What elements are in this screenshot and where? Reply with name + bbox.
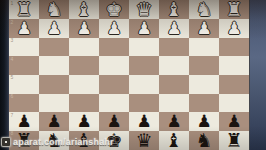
square-f3[interactable] bbox=[69, 38, 99, 57]
square-a2[interactable]: ♟ bbox=[219, 19, 249, 38]
square-d3[interactable] bbox=[129, 38, 159, 57]
piece-white-pawn[interactable]: ♟ bbox=[226, 19, 241, 36]
screen-bezel-right bbox=[250, 0, 266, 150]
square-g3[interactable] bbox=[39, 38, 69, 57]
piece-black-knight[interactable]: ♞ bbox=[195, 130, 212, 149]
square-e6[interactable] bbox=[99, 94, 129, 113]
rank-label-6: 6 bbox=[11, 94, 14, 99]
square-e5[interactable] bbox=[99, 75, 129, 94]
piece-black-pawn[interactable]: ♟ bbox=[136, 113, 151, 130]
piece-white-pawn[interactable]: ♟ bbox=[136, 19, 151, 36]
piece-black-king[interactable]: ♚ bbox=[105, 130, 122, 149]
square-b2[interactable]: ♟ bbox=[189, 19, 219, 38]
square-h8[interactable]: 8♜ bbox=[9, 131, 39, 150]
piece-white-knight[interactable]: ♞ bbox=[45, 0, 62, 19]
square-g5[interactable] bbox=[39, 75, 69, 94]
square-c5[interactable] bbox=[159, 75, 189, 94]
rank-label-3: 3 bbox=[11, 38, 14, 43]
rank-label-7: 7 bbox=[11, 113, 14, 118]
square-d5[interactable] bbox=[129, 75, 159, 94]
square-h2[interactable]: 2♟ bbox=[9, 19, 39, 38]
piece-white-rook[interactable]: ♜ bbox=[225, 0, 242, 19]
square-b4[interactable] bbox=[189, 56, 219, 75]
square-h3[interactable]: 3 bbox=[9, 38, 39, 57]
square-a6[interactable] bbox=[219, 94, 249, 113]
piece-black-pawn[interactable]: ♟ bbox=[76, 113, 91, 130]
piece-black-pawn[interactable]: ♟ bbox=[16, 113, 31, 130]
piece-white-bishop[interactable]: ♝ bbox=[165, 0, 182, 19]
square-d2[interactable]: ♟ bbox=[129, 19, 159, 38]
square-g6[interactable] bbox=[39, 94, 69, 113]
screen-bezel-left bbox=[0, 0, 9, 150]
square-b3[interactable] bbox=[189, 38, 219, 57]
square-d6[interactable] bbox=[129, 94, 159, 113]
square-d4[interactable] bbox=[129, 56, 159, 75]
piece-black-pawn[interactable]: ♟ bbox=[196, 113, 211, 130]
square-f2[interactable]: ♟ bbox=[69, 19, 99, 38]
square-d8[interactable]: ♛ bbox=[129, 131, 159, 150]
square-c6[interactable] bbox=[159, 94, 189, 113]
square-f6[interactable] bbox=[69, 94, 99, 113]
piece-white-pawn[interactable]: ♟ bbox=[106, 19, 121, 36]
piece-white-pawn[interactable]: ♟ bbox=[166, 19, 181, 36]
rank-label-4: 4 bbox=[11, 57, 14, 62]
rank-label-1: 1 bbox=[11, 1, 14, 6]
square-c1[interactable]: ♝ bbox=[159, 0, 189, 19]
piece-black-queen[interactable]: ♛ bbox=[135, 130, 152, 149]
square-f5[interactable] bbox=[69, 75, 99, 94]
square-b6[interactable] bbox=[189, 94, 219, 113]
square-e2[interactable]: ♟ bbox=[99, 19, 129, 38]
square-g1[interactable]: ♞ bbox=[39, 0, 69, 19]
square-a3[interactable] bbox=[219, 38, 249, 57]
piece-white-pawn[interactable]: ♟ bbox=[196, 19, 211, 36]
square-d1[interactable]: ♛ bbox=[129, 0, 159, 19]
square-g4[interactable] bbox=[39, 56, 69, 75]
square-h1[interactable]: 1♜ bbox=[9, 0, 39, 19]
square-e4[interactable] bbox=[99, 56, 129, 75]
square-b8[interactable]: ♞ bbox=[189, 131, 219, 150]
square-e8[interactable]: ♚ bbox=[99, 131, 129, 150]
square-a5[interactable] bbox=[219, 75, 249, 94]
square-a1[interactable]: ♜ bbox=[219, 0, 249, 19]
square-a4[interactable] bbox=[219, 56, 249, 75]
piece-black-bishop[interactable]: ♝ bbox=[165, 130, 182, 149]
square-g2[interactable]: ♟ bbox=[39, 19, 69, 38]
square-f1[interactable]: ♝ bbox=[69, 0, 99, 19]
piece-black-bishop[interactable]: ♝ bbox=[75, 130, 92, 149]
square-b5[interactable] bbox=[189, 75, 219, 94]
square-e1[interactable]: ♚ bbox=[99, 0, 129, 19]
square-c3[interactable] bbox=[159, 38, 189, 57]
square-h4[interactable]: 4 bbox=[9, 56, 39, 75]
piece-white-rook[interactable]: ♜ bbox=[15, 0, 32, 19]
piece-white-queen[interactable]: ♛ bbox=[135, 0, 152, 19]
piece-black-pawn[interactable]: ♟ bbox=[226, 113, 241, 130]
piece-black-knight[interactable]: ♞ bbox=[45, 130, 62, 149]
square-h5[interactable]: 5 bbox=[9, 75, 39, 94]
piece-white-pawn[interactable]: ♟ bbox=[46, 19, 61, 36]
square-g8[interactable]: ♞ bbox=[39, 131, 69, 150]
rank-label-5: 5 bbox=[11, 75, 14, 80]
piece-black-pawn[interactable]: ♟ bbox=[106, 113, 121, 130]
square-c2[interactable]: ♟ bbox=[159, 19, 189, 38]
square-c8[interactable]: ♝ bbox=[159, 131, 189, 150]
square-b1[interactable]: ♞ bbox=[189, 0, 219, 19]
piece-white-pawn[interactable]: ♟ bbox=[76, 19, 91, 36]
square-c4[interactable] bbox=[159, 56, 189, 75]
piece-black-rook[interactable]: ♜ bbox=[225, 130, 242, 149]
square-h6[interactable]: 6 bbox=[9, 94, 39, 113]
piece-black-rook[interactable]: ♜ bbox=[15, 130, 32, 149]
square-f4[interactable] bbox=[69, 56, 99, 75]
rank-label-8: 8 bbox=[11, 131, 14, 136]
rank-label-2: 2 bbox=[11, 20, 14, 25]
piece-black-pawn[interactable]: ♟ bbox=[166, 113, 181, 130]
square-a8[interactable]: ♜ bbox=[219, 131, 249, 150]
square-e3[interactable] bbox=[99, 38, 129, 57]
video-frame: 1♜♞♝♚♛♝♞♜2♟♟♟♟♟♟♟♟34567♟♟♟♟♟♟♟♟8♜♞♝♚♛♝♞♜… bbox=[0, 0, 266, 150]
piece-white-bishop[interactable]: ♝ bbox=[75, 0, 92, 19]
piece-white-knight[interactable]: ♞ bbox=[195, 0, 212, 19]
piece-black-pawn[interactable]: ♟ bbox=[46, 113, 61, 130]
piece-white-king[interactable]: ♚ bbox=[105, 0, 122, 19]
piece-white-pawn[interactable]: ♟ bbox=[16, 19, 31, 36]
square-f8[interactable]: ♝ bbox=[69, 131, 99, 150]
chess-board: 1♜♞♝♚♛♝♞♜2♟♟♟♟♟♟♟♟34567♟♟♟♟♟♟♟♟8♜♞♝♚♛♝♞♜ bbox=[9, 0, 250, 150]
